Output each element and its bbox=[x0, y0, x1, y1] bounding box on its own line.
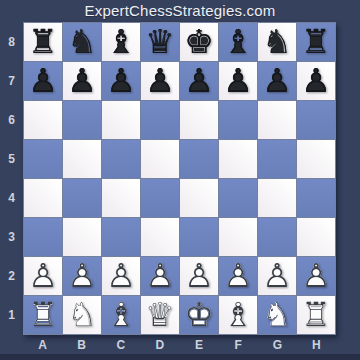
piece-white-pawn-e2[interactable]: ♟♙ bbox=[180, 257, 218, 295]
square-f4[interactable] bbox=[219, 179, 257, 217]
square-f3[interactable] bbox=[219, 218, 257, 256]
piece-outline: ♙ bbox=[141, 62, 179, 100]
square-d5[interactable] bbox=[141, 140, 179, 178]
square-b2[interactable]: ♟♙ bbox=[63, 257, 101, 295]
square-b7[interactable]: ♟♙ bbox=[63, 62, 101, 100]
square-g5[interactable] bbox=[258, 140, 296, 178]
square-f7[interactable]: ♟♙ bbox=[219, 62, 257, 100]
piece-outline: ♕ bbox=[141, 23, 179, 61]
square-e3[interactable] bbox=[180, 218, 218, 256]
square-g1[interactable]: ♞♘ bbox=[258, 296, 296, 334]
square-f2[interactable]: ♟♙ bbox=[219, 257, 257, 295]
piece-black-queen-d8[interactable]: ♛♕ bbox=[141, 23, 179, 61]
square-e8[interactable]: ♚♔ bbox=[180, 23, 218, 61]
square-e5[interactable] bbox=[180, 140, 218, 178]
piece-white-queen-d1[interactable]: ♛♕ bbox=[141, 296, 179, 334]
square-g4[interactable] bbox=[258, 179, 296, 217]
square-c6[interactable] bbox=[102, 101, 140, 139]
square-a8[interactable]: ♜♖ bbox=[24, 23, 62, 61]
rank-label-2: 2 bbox=[0, 257, 23, 296]
piece-outline: ♙ bbox=[24, 257, 62, 295]
square-g8[interactable]: ♞♘ bbox=[258, 23, 296, 61]
piece-outline: ♙ bbox=[63, 62, 101, 100]
square-c1[interactable]: ♝♗ bbox=[102, 296, 140, 334]
piece-white-rook-a1[interactable]: ♜♖ bbox=[24, 296, 62, 334]
piece-outline: ♙ bbox=[258, 257, 296, 295]
piece-outline: ♔ bbox=[180, 23, 218, 61]
piece-white-pawn-f2[interactable]: ♟♙ bbox=[219, 257, 257, 295]
piece-outline: ♙ bbox=[219, 257, 257, 295]
square-g7[interactable]: ♟♙ bbox=[258, 62, 296, 100]
piece-outline: ♗ bbox=[219, 23, 257, 61]
piece-outline: ♙ bbox=[297, 257, 335, 295]
square-a6[interactable] bbox=[24, 101, 62, 139]
piece-outline: ♙ bbox=[24, 62, 62, 100]
piece-outline: ♙ bbox=[102, 257, 140, 295]
square-e6[interactable] bbox=[180, 101, 218, 139]
square-f6[interactable] bbox=[219, 101, 257, 139]
piece-outline: ♖ bbox=[297, 296, 335, 334]
square-a7[interactable]: ♟♙ bbox=[24, 62, 62, 100]
piece-outline: ♙ bbox=[219, 62, 257, 100]
square-e4[interactable] bbox=[180, 179, 218, 217]
square-d1[interactable]: ♛♕ bbox=[141, 296, 179, 334]
piece-outline: ♖ bbox=[24, 296, 62, 334]
piece-outline: ♙ bbox=[63, 257, 101, 295]
piece-outline: ♗ bbox=[102, 23, 140, 61]
site-title[interactable]: ExpertChessStrategies.com bbox=[0, 0, 360, 21]
square-b1[interactable]: ♞♘ bbox=[63, 296, 101, 334]
square-d2[interactable]: ♟♙ bbox=[141, 257, 179, 295]
piece-outline: ♙ bbox=[258, 62, 296, 100]
file-label-b: B bbox=[62, 336, 101, 353]
rank-label-8: 8 bbox=[0, 22, 23, 61]
file-label-d: D bbox=[140, 336, 179, 353]
piece-outline: ♙ bbox=[180, 257, 218, 295]
piece-white-knight-g1[interactable]: ♞♘ bbox=[258, 296, 296, 334]
piece-black-bishop-c8[interactable]: ♝♗ bbox=[102, 23, 140, 61]
square-h7[interactable]: ♟♙ bbox=[297, 62, 335, 100]
square-d8[interactable]: ♛♕ bbox=[141, 23, 179, 61]
square-g2[interactable]: ♟♙ bbox=[258, 257, 296, 295]
file-label-e: E bbox=[180, 336, 219, 353]
piece-white-king-e1[interactable]: ♚♔ bbox=[180, 296, 218, 334]
piece-outline: ♕ bbox=[141, 296, 179, 334]
rank-label-1: 1 bbox=[0, 296, 23, 335]
piece-black-knight-g8[interactable]: ♞♘ bbox=[258, 23, 296, 61]
square-b5[interactable] bbox=[63, 140, 101, 178]
square-b8[interactable]: ♞♘ bbox=[63, 23, 101, 61]
piece-black-bishop-f8[interactable]: ♝♗ bbox=[219, 23, 257, 61]
piece-white-pawn-a2[interactable]: ♟♙ bbox=[24, 257, 62, 295]
square-c4[interactable] bbox=[102, 179, 140, 217]
piece-white-knight-b1[interactable]: ♞♘ bbox=[63, 296, 101, 334]
piece-white-rook-h1[interactable]: ♜♖ bbox=[297, 296, 335, 334]
piece-black-pawn-a7[interactable]: ♟♙ bbox=[24, 62, 62, 100]
file-label-a: A bbox=[23, 336, 62, 353]
piece-outline: ♗ bbox=[102, 296, 140, 334]
square-f1[interactable]: ♝♗ bbox=[219, 296, 257, 334]
square-h5[interactable] bbox=[297, 140, 335, 178]
piece-outline: ♘ bbox=[258, 296, 296, 334]
piece-black-pawn-h7[interactable]: ♟♙ bbox=[297, 62, 335, 100]
square-a1[interactable]: ♜♖ bbox=[24, 296, 62, 334]
square-b6[interactable] bbox=[63, 101, 101, 139]
square-a2[interactable]: ♟♙ bbox=[24, 257, 62, 295]
piece-outline: ♙ bbox=[141, 257, 179, 295]
piece-black-knight-b8[interactable]: ♞♘ bbox=[63, 23, 101, 61]
rank-label-6: 6 bbox=[0, 100, 23, 139]
square-a3[interactable] bbox=[24, 218, 62, 256]
bottom-shadow bbox=[0, 354, 360, 360]
square-h3[interactable] bbox=[297, 218, 335, 256]
piece-white-pawn-h2[interactable]: ♟♙ bbox=[297, 257, 335, 295]
square-c5[interactable] bbox=[102, 140, 140, 178]
square-e1[interactable]: ♚♔ bbox=[180, 296, 218, 334]
piece-black-pawn-g7[interactable]: ♟♙ bbox=[258, 62, 296, 100]
file-label-c: C bbox=[101, 336, 140, 353]
square-f8[interactable]: ♝♗ bbox=[219, 23, 257, 61]
square-g6[interactable] bbox=[258, 101, 296, 139]
file-label-f: F bbox=[219, 336, 258, 353]
piece-black-pawn-d7[interactable]: ♟♙ bbox=[141, 62, 179, 100]
piece-black-pawn-b7[interactable]: ♟♙ bbox=[63, 62, 101, 100]
square-b3[interactable] bbox=[63, 218, 101, 256]
square-c3[interactable] bbox=[102, 218, 140, 256]
piece-white-bishop-c1[interactable]: ♝♗ bbox=[102, 296, 140, 334]
piece-white-bishop-f1[interactable]: ♝♗ bbox=[219, 296, 257, 334]
piece-outline: ♘ bbox=[258, 23, 296, 61]
square-h1[interactable]: ♜♖ bbox=[297, 296, 335, 334]
piece-white-pawn-g2[interactable]: ♟♙ bbox=[258, 257, 296, 295]
rank-label-5: 5 bbox=[0, 139, 23, 178]
rank-label-7: 7 bbox=[0, 61, 23, 100]
square-d7[interactable]: ♟♙ bbox=[141, 62, 179, 100]
rank-label-3: 3 bbox=[0, 218, 23, 257]
piece-white-pawn-d2[interactable]: ♟♙ bbox=[141, 257, 179, 295]
chess-board: ♜♖♞♘♝♗♛♕♚♔♝♗♞♘♜♖♟♙♟♙♟♙♟♙♟♙♟♙♟♙♟♙♟♙♟♙♟♙♟♙… bbox=[23, 22, 336, 335]
piece-white-pawn-b2[interactable]: ♟♙ bbox=[63, 257, 101, 295]
piece-outline: ♗ bbox=[219, 296, 257, 334]
piece-outline: ♖ bbox=[24, 23, 62, 61]
piece-outline: ♘ bbox=[63, 296, 101, 334]
square-c2[interactable]: ♟♙ bbox=[102, 257, 140, 295]
square-b4[interactable] bbox=[63, 179, 101, 217]
piece-outline: ♘ bbox=[63, 23, 101, 61]
square-d4[interactable] bbox=[141, 179, 179, 217]
piece-black-pawn-c7[interactable]: ♟♙ bbox=[102, 62, 140, 100]
square-h2[interactable]: ♟♙ bbox=[297, 257, 335, 295]
square-d6[interactable] bbox=[141, 101, 179, 139]
file-label-h: H bbox=[297, 336, 336, 353]
file-label-g: G bbox=[258, 336, 297, 353]
piece-black-pawn-e7[interactable]: ♟♙ bbox=[180, 62, 218, 100]
piece-black-pawn-f7[interactable]: ♟♙ bbox=[219, 62, 257, 100]
square-h6[interactable] bbox=[297, 101, 335, 139]
rank-label-4: 4 bbox=[0, 179, 23, 218]
square-f5[interactable] bbox=[219, 140, 257, 178]
square-c7[interactable]: ♟♙ bbox=[102, 62, 140, 100]
piece-black-rook-a8[interactable]: ♜♖ bbox=[24, 23, 62, 61]
square-d3[interactable] bbox=[141, 218, 179, 256]
square-a4[interactable] bbox=[24, 179, 62, 217]
square-h8[interactable]: ♜♖ bbox=[297, 23, 335, 61]
piece-white-pawn-c2[interactable]: ♟♙ bbox=[102, 257, 140, 295]
square-h4[interactable] bbox=[297, 179, 335, 217]
piece-outline: ♙ bbox=[102, 62, 140, 100]
piece-outline: ♔ bbox=[180, 296, 218, 334]
piece-black-king-e8[interactable]: ♚♔ bbox=[180, 23, 218, 61]
square-e2[interactable]: ♟♙ bbox=[180, 257, 218, 295]
piece-black-rook-h8[interactable]: ♜♖ bbox=[297, 23, 335, 61]
piece-outline: ♙ bbox=[180, 62, 218, 100]
square-e7[interactable]: ♟♙ bbox=[180, 62, 218, 100]
square-a5[interactable] bbox=[24, 140, 62, 178]
rank-labels: 87654321 bbox=[0, 22, 23, 335]
piece-outline: ♖ bbox=[297, 23, 335, 61]
piece-outline: ♙ bbox=[297, 62, 335, 100]
file-labels: ABCDEFGH bbox=[23, 336, 336, 353]
square-g3[interactable] bbox=[258, 218, 296, 256]
square-c8[interactable]: ♝♗ bbox=[102, 23, 140, 61]
